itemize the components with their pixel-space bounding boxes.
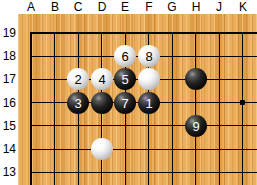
stone-white-E18[interactable]: 6 [114,45,136,67]
grid-line-row-13 [30,172,257,173]
row-label-14: 14 [0,142,16,156]
stone-move-number: 6 [121,50,128,63]
grid-line-col-J [219,32,220,185]
column-label-C: C [66,0,90,14]
star-point-K16 [240,100,245,105]
stone-move-number: 8 [145,50,152,63]
grid-line-col-B [54,32,55,185]
row-label-16: 16 [0,96,16,110]
column-label-B: B [43,0,67,14]
stone-white-D17[interactable]: 4 [91,68,113,90]
grid-line-row-15 [30,125,257,126]
grid-line-col-H [195,32,196,185]
grid-line-row-14 [30,149,257,150]
stone-black-H17[interactable] [185,68,207,90]
stone-black-H15[interactable]: 9 [185,115,207,137]
column-label-K: K [231,0,255,14]
stone-black-E17[interactable]: 5 [114,68,136,90]
row-label-13: 13 [0,165,16,179]
grid-line-row-19 [30,32,257,34]
stone-move-number: 1 [145,97,152,110]
stone-white-C17[interactable]: 2 [67,68,89,90]
stone-white-F18[interactable]: 8 [138,45,160,67]
column-label-H: H [184,0,208,14]
row-label-17: 17 [0,72,16,86]
stone-white-F17[interactable] [138,68,160,90]
stone-black-C16[interactable]: 3 [67,92,89,114]
stone-move-number: 7 [121,97,128,110]
stone-move-number: 5 [121,73,128,86]
column-label-J: J [207,0,231,14]
stone-white-D14[interactable] [91,138,113,160]
column-label-F: F [137,0,161,14]
row-label-19: 19 [0,26,16,40]
column-label-E: E [113,0,137,14]
grid-line-col-G [172,32,173,185]
column-label-D: D [90,0,114,14]
row-label-15: 15 [0,119,16,133]
stone-black-F16[interactable]: 1 [138,92,160,114]
stone-move-number: 3 [74,97,81,110]
grid-line-col-A [30,32,32,185]
row-label-18: 18 [0,49,16,63]
stone-move-number: 2 [74,73,81,86]
stone-move-number: 9 [192,120,199,133]
go-diagram: ABCDEFGHJK19181716151413123456789 [0,0,257,185]
stone-black-E16[interactable]: 7 [114,92,136,114]
grid-line-col-K [242,32,243,185]
stone-black-D16[interactable] [91,92,113,114]
column-label-G: G [160,0,184,14]
stone-move-number: 4 [98,73,105,86]
column-label-A: A [19,0,43,14]
